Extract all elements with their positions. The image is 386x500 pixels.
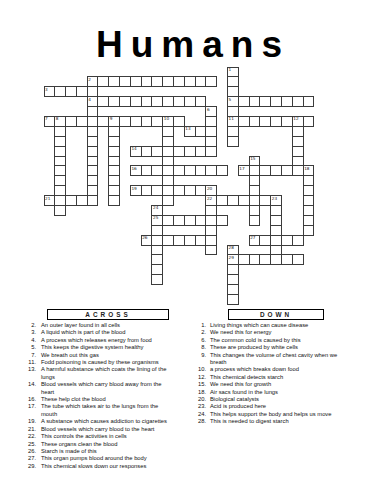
clue-text: These organs clean the blood <box>41 441 117 448</box>
down-header-box: DOWN <box>228 309 324 320</box>
across-header-box: ACROSS <box>47 309 169 320</box>
clue-number: 18. <box>196 389 206 396</box>
clue-text: A substance which causes addiction to ci… <box>41 418 167 425</box>
clue-text: Blood vessels which carry blood away fro… <box>41 381 175 396</box>
clue-item: 18.Air sacs found in the lungs <box>196 389 378 396</box>
cell-number: 25 <box>153 215 158 220</box>
clue-number: 23. <box>196 403 206 410</box>
clue-number: 1. <box>196 322 206 329</box>
clue-text: These help clot the blood <box>41 396 106 403</box>
grid-cell[interactable] <box>216 165 228 176</box>
clue-item: 14.Blood vessels which carry blood away … <box>24 381 194 396</box>
cell-number: 18 <box>304 166 309 171</box>
grid-cell[interactable] <box>227 294 239 305</box>
clue-number: 6. <box>196 337 206 344</box>
clue-number: 21. <box>24 426 36 433</box>
clue-text: This chemical slows down our responses <box>41 463 146 470</box>
clue-item: 11.Fodd poisoning is caused by these org… <box>24 359 194 366</box>
clue-text: Air sacs found in the lungs <box>210 389 278 396</box>
cell-number: 8 <box>56 116 59 121</box>
clue-number: 22. <box>24 433 36 440</box>
clue-item: 5.This keeps the digestive system health… <box>24 344 194 351</box>
clue-number: 12. <box>196 374 206 381</box>
grid-cell[interactable] <box>54 205 66 216</box>
clue-text: Blood vessels which carry blood to the h… <box>41 426 154 433</box>
cell-number: 3 <box>45 87 48 92</box>
clue-item: 24.This helps support the body and helps… <box>196 411 378 418</box>
down-clues-column: DOWN 1.Living things which can cause dis… <box>196 309 378 426</box>
clue-item: 19.A substance which causes addiction to… <box>24 418 194 425</box>
cell-number: 6 <box>207 107 210 112</box>
clue-text: Acid is produced here <box>210 403 266 410</box>
cell-number: 12 <box>293 116 298 121</box>
clue-number: 16. <box>24 396 36 403</box>
clue-item: 17.The tube which takes air to the lungs… <box>24 403 194 418</box>
clue-text: The tube which takes air to the lungs fr… <box>41 403 175 418</box>
clue-number: 29. <box>24 463 36 470</box>
clue-item: 27.This organ pumps blood around the bod… <box>24 455 194 462</box>
clue-number: 27. <box>24 455 36 462</box>
cell-number: 23 <box>272 196 277 201</box>
clue-item: 20.Biological catalysts <box>196 396 378 403</box>
clue-number: 11. <box>24 359 36 366</box>
clue-number: 20. <box>196 396 206 403</box>
clue-item: 4.A process which releases energy from f… <box>24 337 194 344</box>
clue-item: 29.This chemical slows down our response… <box>24 463 194 470</box>
clue-number: 7. <box>24 352 36 359</box>
crossword-grid: 1234567891011121314151617181920212223242… <box>44 67 314 304</box>
cell-number: 26 <box>142 235 147 240</box>
grid-cell[interactable] <box>303 225 315 236</box>
clue-number: 9. <box>196 352 206 359</box>
clue-number: 26. <box>24 448 36 455</box>
clue-number: 19. <box>24 418 36 425</box>
grid-cell[interactable] <box>87 195 99 206</box>
page-title: Humans <box>0 26 386 63</box>
cell-number: 10 <box>164 116 169 121</box>
clue-number: 25. <box>24 441 36 448</box>
clue-text: We breath out this gas <box>41 352 99 359</box>
cell-number: 1 <box>229 67 232 72</box>
clue-text: Starch is made of this <box>41 448 97 455</box>
clue-text: Fodd poisoning is caused by these organi… <box>41 359 159 366</box>
clue-text: A harmful substance which coats the lini… <box>41 366 175 381</box>
clue-item: 25.These organs clean the blood <box>24 441 194 448</box>
clue-item: 2.We need this for energy <box>196 329 378 336</box>
clue-text: a process which breaks down food <box>210 366 299 373</box>
clue-item: 6.The common cold is caused by this <box>196 337 378 344</box>
clue-number: 5. <box>24 344 36 351</box>
clue-number: 14. <box>24 381 36 388</box>
down-clue-list: 1.Living things which can cause disease2… <box>196 322 378 426</box>
cell-number: 27 <box>250 235 255 240</box>
clue-text: Living things which can cause disease <box>210 322 308 329</box>
cell-number: 4 <box>88 97 91 102</box>
grid-cell[interactable] <box>108 195 120 206</box>
clue-text: We need this for growth <box>210 381 271 388</box>
clue-number: 15. <box>196 381 206 388</box>
down-header-label: DOWN <box>260 311 292 318</box>
clue-number: 13. <box>24 366 36 373</box>
clue-text: An outer layer found in all cells <box>41 322 120 329</box>
cell-number: 21 <box>45 196 50 201</box>
across-clues-column: ACROSS 2.An outer layer found in all cel… <box>24 309 194 470</box>
clue-text: These are produced by white cells <box>210 344 298 351</box>
grid-cell[interactable] <box>292 254 304 265</box>
clue-item: 28.This is needed to digest starch <box>196 418 378 425</box>
cell-number: 13 <box>185 126 190 131</box>
crossword-worksheet-page: Humans 123456789101112131415161718192021… <box>0 0 386 500</box>
cell-number: 17 <box>239 166 244 171</box>
clue-number: 3. <box>24 329 36 336</box>
clue-item: 23.Acid is produced here <box>196 403 378 410</box>
clue-number: 28. <box>196 418 206 425</box>
clue-number: 2. <box>24 322 36 329</box>
across-clue-list: 2.An outer layer found in all cells3.A l… <box>24 322 194 470</box>
clue-item: 21.Blood vessels which carry blood to th… <box>24 426 194 433</box>
clue-item: 10.a process which breaks down food <box>196 366 378 373</box>
cell-number: 16 <box>131 166 136 171</box>
clue-number: 24. <box>196 411 206 418</box>
clue-text: This chemical detects starch <box>210 374 283 381</box>
clue-item: 7.We breath out this gas <box>24 352 194 359</box>
cell-number: 29 <box>229 255 234 260</box>
cell-number: 24 <box>153 205 158 210</box>
clue-text: The common cold is caused by this <box>210 337 301 344</box>
grid-cell[interactable] <box>227 136 239 147</box>
clue-item: 22.This controls the activities in cells <box>24 433 194 440</box>
cell-number: 9 <box>110 116 113 121</box>
clue-text: This organ pumps blood around the body <box>41 455 147 462</box>
clue-item: 1.Living things which can cause disease <box>196 322 378 329</box>
clue-item: 8.These are produced by white cells <box>196 344 378 351</box>
clue-text: This is needed to digest starch <box>210 418 289 425</box>
grid-cell[interactable] <box>205 76 217 87</box>
clue-text: This controls the activities in cells <box>41 433 127 440</box>
cell-number: 28 <box>229 245 234 250</box>
clue-item: 26.Starch is made of this <box>24 448 194 455</box>
clue-number: 17. <box>24 403 36 410</box>
grid-cell[interactable] <box>205 245 217 256</box>
clue-text: We need this for energy <box>210 329 271 336</box>
cell-number: 20 <box>207 186 212 191</box>
cell-number: 22 <box>207 196 212 201</box>
clue-text: Biological catalysts <box>210 396 259 403</box>
grid-cell[interactable] <box>249 215 261 226</box>
cell-number: 11 <box>229 116 234 121</box>
cell-number: 7 <box>45 116 48 121</box>
grid-cell[interactable] <box>303 116 315 127</box>
grid-cell[interactable] <box>205 146 217 157</box>
clue-text: A liquid which is part of the blood <box>41 329 125 336</box>
clue-text: This helps support the body and helps us… <box>210 411 332 418</box>
across-header-label: ACROSS <box>85 311 130 318</box>
cell-number: 15 <box>250 156 255 161</box>
cell-number: 19 <box>131 186 136 191</box>
clue-text: This changes the volume of chest cavity … <box>210 352 344 367</box>
clue-item: 3.A liquid which is part of the blood <box>24 329 194 336</box>
clue-number: 4. <box>24 337 36 344</box>
clue-text: A process which releases energy from foo… <box>41 337 152 344</box>
clue-item: 15.We need this for growth <box>196 381 378 388</box>
grid-cell[interactable] <box>151 274 163 285</box>
clue-number: 8. <box>196 344 206 351</box>
clue-text: This keeps the digestive system healthy <box>41 344 143 351</box>
clue-item: 16.These help clot the blood <box>24 396 194 403</box>
cell-number: 2 <box>88 77 91 82</box>
cell-number: 5 <box>229 97 232 102</box>
clue-number: 10. <box>196 366 206 373</box>
clue-item: 2.An outer layer found in all cells <box>24 322 194 329</box>
clue-item: 12.This chemical detects starch <box>196 374 378 381</box>
grid-cell[interactable] <box>303 96 315 107</box>
grid-cell[interactable] <box>216 215 228 226</box>
grid-cell[interactable] <box>162 195 174 206</box>
clue-item: 9.This changes the volume of chest cavit… <box>196 352 378 367</box>
clue-item: 13.A harmful substance which coats the l… <box>24 366 194 381</box>
cell-number: 14 <box>131 146 136 151</box>
grid-cell[interactable] <box>292 235 304 246</box>
clue-number: 2. <box>196 329 206 336</box>
